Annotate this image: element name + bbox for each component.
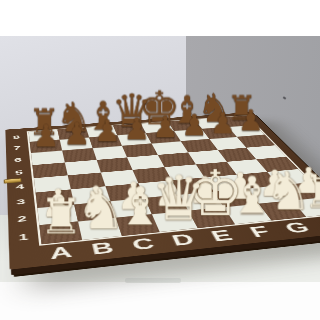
- table-smudge: [125, 278, 181, 283]
- square-h5[interactable]: [246, 145, 286, 159]
- square-b7[interactable]: ♟: [59, 137, 92, 150]
- square-a6[interactable]: [31, 151, 65, 165]
- piece-brown-pawn[interactable]: ♟: [237, 106, 263, 135]
- piece-brown-pawn[interactable]: ♟: [33, 120, 61, 151]
- square-b5[interactable]: [65, 160, 101, 175]
- square-e7[interactable]: ♟: [146, 131, 181, 144]
- bottom-white-band: [0, 282, 320, 320]
- product-photo-chess-set: ♜♞♝♛♚♝♞♜♟♟♟♟♟♟♟♟♟♟♟♟♟♟♟♟♜♞♝♛♚♝♞♜ ABCDEFG…: [0, 0, 320, 320]
- piece-brown-pawn[interactable]: ♟: [94, 116, 121, 146]
- piece-brown-pawn[interactable]: ♟: [123, 114, 150, 144]
- square-c5[interactable]: [96, 157, 133, 172]
- square-a5[interactable]: [32, 163, 67, 179]
- square-b1[interactable]: ♞: [78, 218, 122, 240]
- top-white-band: [0, 0, 320, 36]
- square-d7[interactable]: ♟: [118, 133, 152, 146]
- rank-label-1: 1: [8, 226, 39, 248]
- piece-brown-pawn[interactable]: ♟: [181, 110, 208, 140]
- piece-white-knight[interactable]: ♞: [76, 181, 126, 237]
- square-a7[interactable]: ♟: [30, 140, 62, 153]
- piece-white-rook[interactable]: ♜: [40, 192, 84, 241]
- piece-brown-pawn[interactable]: ♟: [152, 112, 179, 142]
- piece-brown-pawn[interactable]: ♟: [210, 108, 236, 137]
- piece-brown-pawn[interactable]: ♟: [63, 118, 90, 149]
- square-c7[interactable]: ♟: [89, 135, 122, 148]
- square-a1[interactable]: ♜: [39, 222, 82, 245]
